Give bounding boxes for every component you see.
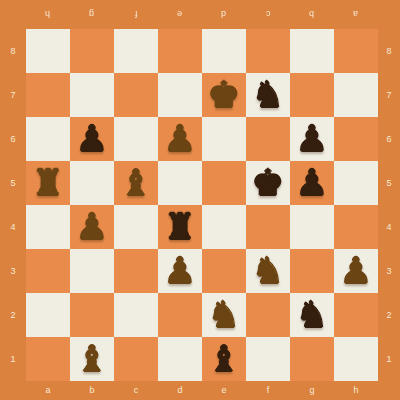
square-h6[interactable]: [334, 117, 378, 161]
file-labels-bottom: abcdefgh: [26, 380, 378, 400]
piece-black-pawn[interactable]: ♟: [296, 117, 328, 161]
square-d4[interactable]: ♜: [158, 205, 202, 249]
square-b8[interactable]: [70, 29, 114, 73]
square-e4[interactable]: [202, 205, 246, 249]
square-f7[interactable]: ♞: [246, 73, 290, 117]
right-label-4: 4: [386, 223, 391, 232]
chess-board-frame: hgfedcba 87654321 ♚♞♟♟♟♜♝♚♟♟♜♟♞♟♞♞♝♝ 876…: [0, 0, 400, 400]
square-f3[interactable]: ♞: [246, 249, 290, 293]
square-b7[interactable]: [70, 73, 114, 117]
square-e6[interactable]: [202, 117, 246, 161]
square-g8[interactable]: [290, 29, 334, 73]
square-h4[interactable]: [334, 205, 378, 249]
square-b6[interactable]: ♟: [70, 117, 114, 161]
piece-white-pawn[interactable]: ♟: [164, 117, 196, 161]
square-g1[interactable]: [290, 337, 334, 381]
piece-black-rook[interactable]: ♜: [164, 205, 196, 249]
bottom-label-f: f: [267, 386, 270, 395]
square-f6[interactable]: [246, 117, 290, 161]
square-b3[interactable]: [70, 249, 114, 293]
square-d2[interactable]: [158, 293, 202, 337]
square-g5[interactable]: ♟: [290, 161, 334, 205]
square-f5[interactable]: ♚: [246, 161, 290, 205]
piece-black-knight[interactable]: ♞: [252, 73, 284, 117]
piece-black-pawn[interactable]: ♟: [76, 117, 108, 161]
square-g7[interactable]: [290, 73, 334, 117]
square-c5[interactable]: ♝: [114, 161, 158, 205]
square-e7[interactable]: ♚: [202, 73, 246, 117]
file-labels-top: hgfedcba: [26, 0, 378, 27]
left-label-2: 2: [10, 311, 15, 320]
top-label-b: b: [309, 9, 314, 18]
square-f2[interactable]: [246, 293, 290, 337]
left-label-7: 7: [10, 91, 15, 100]
square-e3[interactable]: [202, 249, 246, 293]
square-c6[interactable]: [114, 117, 158, 161]
piece-white-pawn[interactable]: ♟: [76, 205, 108, 249]
square-f1[interactable]: [246, 337, 290, 381]
bottom-label-e: e: [221, 386, 226, 395]
top-label-c: c: [266, 9, 271, 18]
square-h7[interactable]: [334, 73, 378, 117]
square-c1[interactable]: [114, 337, 158, 381]
piece-white-pawn[interactable]: ♟: [164, 249, 196, 293]
square-a4[interactable]: [26, 205, 70, 249]
square-a1[interactable]: [26, 337, 70, 381]
square-c7[interactable]: [114, 73, 158, 117]
rank-labels-right: 87654321: [378, 29, 400, 381]
bottom-label-g: g: [309, 386, 314, 395]
square-a7[interactable]: [26, 73, 70, 117]
square-e1[interactable]: ♝: [202, 337, 246, 381]
piece-black-bishop[interactable]: ♝: [208, 337, 240, 381]
piece-black-knight[interactable]: ♞: [296, 293, 328, 337]
piece-white-knight[interactable]: ♞: [208, 293, 240, 337]
top-label-h: h: [45, 9, 50, 18]
bottom-label-h: h: [353, 386, 358, 395]
square-h1[interactable]: [334, 337, 378, 381]
piece-white-king[interactable]: ♚: [208, 73, 240, 117]
right-label-1: 1: [386, 355, 391, 364]
square-f4[interactable]: [246, 205, 290, 249]
right-label-2: 2: [386, 311, 391, 320]
right-label-7: 7: [386, 91, 391, 100]
square-a8[interactable]: [26, 29, 70, 73]
square-g6[interactable]: ♟: [290, 117, 334, 161]
rank-labels-left: 87654321: [0, 29, 26, 381]
top-label-a: a: [353, 9, 358, 18]
square-h8[interactable]: [334, 29, 378, 73]
square-b1[interactable]: ♝: [70, 337, 114, 381]
right-label-3: 3: [386, 267, 391, 276]
square-d6[interactable]: ♟: [158, 117, 202, 161]
square-h5[interactable]: [334, 161, 378, 205]
square-h3[interactable]: ♟: [334, 249, 378, 293]
piece-white-knight[interactable]: ♞: [252, 249, 284, 293]
bottom-label-a: a: [45, 386, 50, 395]
top-label-e: e: [177, 9, 182, 18]
piece-white-bishop[interactable]: ♝: [76, 337, 108, 381]
square-d8[interactable]: [158, 29, 202, 73]
square-g2[interactable]: ♞: [290, 293, 334, 337]
left-label-3: 3: [10, 267, 15, 276]
square-c3[interactable]: [114, 249, 158, 293]
square-f8[interactable]: [246, 29, 290, 73]
left-label-4: 4: [10, 223, 15, 232]
bottom-label-d: d: [177, 386, 182, 395]
square-a6[interactable]: [26, 117, 70, 161]
square-b5[interactable]: [70, 161, 114, 205]
square-b2[interactable]: [70, 293, 114, 337]
top-label-d: d: [221, 9, 226, 18]
square-c4[interactable]: [114, 205, 158, 249]
square-e2[interactable]: ♞: [202, 293, 246, 337]
square-d5[interactable]: [158, 161, 202, 205]
piece-white-rook[interactable]: ♜: [32, 161, 64, 205]
square-e8[interactable]: [202, 29, 246, 73]
piece-black-king[interactable]: ♚: [252, 161, 284, 205]
right-label-8: 8: [386, 47, 391, 56]
left-label-1: 1: [10, 355, 15, 364]
square-g4[interactable]: [290, 205, 334, 249]
right-label-6: 6: [386, 135, 391, 144]
chess-board[interactable]: ♚♞♟♟♟♜♝♚♟♟♜♟♞♟♞♞♝♝: [26, 29, 378, 381]
square-g3[interactable]: [290, 249, 334, 293]
square-b4[interactable]: ♟: [70, 205, 114, 249]
piece-white-pawn[interactable]: ♟: [340, 249, 372, 293]
bottom-label-b: b: [89, 386, 94, 395]
square-a2[interactable]: [26, 293, 70, 337]
left-label-6: 6: [10, 135, 15, 144]
top-label-g: g: [89, 9, 94, 18]
piece-white-bishop[interactable]: ♝: [120, 161, 152, 205]
bottom-label-c: c: [134, 386, 139, 395]
square-c8[interactable]: [114, 29, 158, 73]
square-h2[interactable]: [334, 293, 378, 337]
square-a5[interactable]: ♜: [26, 161, 70, 205]
left-label-8: 8: [10, 47, 15, 56]
square-e5[interactable]: [202, 161, 246, 205]
top-label-f: f: [135, 9, 138, 18]
square-d7[interactable]: [158, 73, 202, 117]
piece-black-pawn[interactable]: ♟: [296, 161, 328, 205]
right-label-5: 5: [386, 179, 391, 188]
square-d1[interactable]: [158, 337, 202, 381]
left-label-5: 5: [10, 179, 15, 188]
square-d3[interactable]: ♟: [158, 249, 202, 293]
square-c2[interactable]: [114, 293, 158, 337]
square-a3[interactable]: [26, 249, 70, 293]
